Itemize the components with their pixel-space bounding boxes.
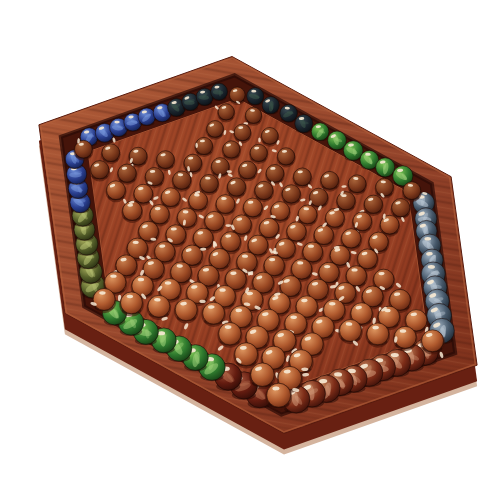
marble-glass	[91, 161, 109, 179]
marble-glass	[275, 239, 295, 259]
field-marble-amber[interactable]	[161, 188, 180, 207]
field-marble-amber[interactable]	[367, 323, 389, 346]
field-marble-amber[interactable]	[232, 215, 251, 235]
field-marble-amber[interactable]	[211, 158, 229, 176]
marble-glass	[218, 104, 234, 120]
field-marble-amber[interactable]	[262, 127, 279, 144]
marble-glass	[203, 302, 225, 324]
field-marble-amber[interactable]	[392, 199, 410, 218]
field-marble-amber[interactable]	[207, 121, 224, 138]
field-marble-amber[interactable]	[364, 195, 382, 214]
marble-glass	[294, 168, 312, 186]
marble-glass	[227, 178, 245, 196]
field-marble-amber[interactable]	[321, 171, 339, 189]
trough-marble-navy[interactable]	[295, 115, 313, 134]
marble-highlight	[329, 302, 335, 305]
marble-glass	[123, 201, 142, 220]
field-marble-amber[interactable]	[75, 140, 93, 158]
marble-glass	[310, 188, 328, 206]
field-marble-amber[interactable]	[177, 208, 196, 228]
field-marble-amber[interactable]	[129, 147, 147, 165]
marble-glass	[267, 383, 291, 407]
field-marble-amber[interactable]	[353, 212, 372, 231]
marble-glass	[107, 181, 126, 200]
field-marble-amber[interactable]	[278, 148, 295, 166]
field-marble-amber[interactable]	[403, 182, 421, 200]
marble-glass	[234, 124, 251, 141]
marble-glass	[259, 218, 278, 237]
product-photo	[0, 0, 500, 500]
field-marble-amber[interactable]	[369, 232, 388, 252]
trough-marble-navy[interactable]	[262, 97, 279, 115]
marble-highlight	[352, 268, 358, 271]
marble-glass	[229, 87, 245, 103]
field-marble-amber[interactable]	[298, 205, 317, 224]
marble-glass	[129, 147, 147, 165]
marble-highlight	[114, 121, 119, 124]
field-marble-amber[interactable]	[107, 181, 126, 200]
field-marble-amber[interactable]	[189, 191, 208, 210]
marble-glass	[102, 144, 120, 162]
field-marble-amber[interactable]	[239, 161, 257, 179]
marble-glass	[287, 222, 306, 241]
marble-glass	[150, 205, 169, 224]
marble-glass	[367, 323, 389, 345]
marble-glass	[266, 165, 284, 183]
field-marble-amber[interactable]	[102, 144, 120, 162]
trough-marble-navy[interactable]	[247, 88, 264, 106]
field-marble-amber[interactable]	[118, 164, 136, 183]
field-marble-amber[interactable]	[150, 205, 169, 225]
marble-glass	[251, 363, 274, 386]
field-marble-amber[interactable]	[145, 167, 163, 186]
marble-glass	[175, 299, 197, 321]
field-marble-amber[interactable]	[340, 319, 362, 342]
marble-glass	[223, 141, 240, 158]
marble-highlight	[391, 353, 399, 357]
field-marble-amber[interactable]	[267, 383, 291, 408]
marble-glass	[326, 208, 345, 227]
chinese-checkers-board	[0, 0, 500, 500]
trough-marble-navy[interactable]	[211, 83, 228, 100]
field-marble-amber[interactable]	[93, 288, 115, 311]
field-marble-amber[interactable]	[422, 330, 444, 353]
hole-rim-glint	[301, 368, 308, 372]
marble-glass	[358, 249, 378, 269]
field-marble-amber[interactable]	[259, 218, 278, 238]
marble-glass	[337, 192, 355, 210]
field-marble-amber[interactable]	[266, 165, 284, 183]
field-marble-amber[interactable]	[216, 195, 235, 214]
marble-glass	[211, 158, 229, 176]
trough-marble-blue[interactable]	[138, 108, 155, 126]
hole-rim-glint	[225, 224, 231, 227]
marble-glass	[392, 199, 410, 217]
field-marble-amber[interactable]	[219, 322, 241, 345]
field-marble-amber[interactable]	[376, 178, 394, 196]
marble-glass	[184, 154, 202, 172]
field-marble-amber[interactable]	[157, 151, 175, 169]
field-marble-amber[interactable]	[243, 198, 262, 217]
marble-glass	[342, 229, 361, 248]
marble-glass	[321, 171, 339, 189]
field-marble-amber[interactable]	[203, 302, 225, 325]
field-marble-amber[interactable]	[235, 343, 258, 367]
field-marble-amber[interactable]	[121, 292, 143, 315]
marble-glass	[314, 225, 333, 244]
field-marble-amber[interactable]	[342, 229, 361, 249]
marble-glass	[166, 225, 186, 245]
field-marble-amber[interactable]	[245, 107, 261, 124]
field-marble-amber[interactable]	[255, 181, 273, 200]
field-marble-amber[interactable]	[175, 299, 197, 322]
field-marble-amber[interactable]	[282, 185, 300, 204]
marble-glass	[139, 221, 159, 241]
marble-highlight	[308, 245, 314, 248]
field-marble-amber[interactable]	[173, 171, 191, 190]
marble-glass	[282, 185, 300, 203]
field-marble-amber[interactable]	[229, 87, 245, 103]
marble-glass	[221, 232, 241, 252]
trough-marble-green[interactable]	[376, 158, 395, 178]
field-marble-amber[interactable]	[184, 154, 202, 172]
marble-glass	[193, 228, 213, 248]
field-marble-amber[interactable]	[394, 326, 416, 349]
marble-glass	[262, 127, 279, 144]
marble-glass	[364, 195, 382, 213]
field-marble-amber[interactable]	[200, 174, 218, 193]
field-marble-amber[interactable]	[148, 295, 170, 318]
marble-glass	[243, 198, 262, 217]
marble-glass	[353, 212, 372, 231]
field-marble-amber[interactable]	[218, 104, 234, 121]
trough-marble-green[interactable]	[311, 123, 329, 141]
marble-glass	[250, 144, 267, 161]
field-marble-amber[interactable]	[123, 201, 142, 221]
marble-glass	[134, 184, 153, 203]
marble-highlight	[165, 281, 171, 284]
marble-glass	[205, 211, 224, 230]
marble-glass	[75, 140, 93, 158]
field-marble-amber[interactable]	[195, 137, 212, 155]
field-marble-amber[interactable]	[91, 161, 109, 180]
marble-glass	[239, 161, 257, 179]
field-marble-amber[interactable]	[326, 208, 345, 227]
field-marble-amber[interactable]	[337, 192, 355, 211]
field-marble-amber[interactable]	[223, 141, 240, 159]
marble-glass	[118, 164, 136, 182]
marble-glass	[369, 232, 388, 251]
marble-glass	[255, 181, 273, 199]
marble-glass	[422, 330, 444, 352]
field-marble-amber[interactable]	[287, 222, 306, 242]
field-marble-amber[interactable]	[294, 168, 312, 186]
marble-highlight	[324, 265, 330, 268]
marble-glass	[161, 188, 180, 207]
field-marble-amber[interactable]	[227, 178, 245, 197]
field-marble-amber[interactable]	[310, 188, 328, 207]
marble-glass	[232, 215, 251, 234]
field-marble-amber[interactable]	[348, 175, 366, 193]
field-marble-amber[interactable]	[314, 225, 333, 245]
field-marble-amber[interactable]	[251, 363, 274, 387]
field-marble-amber[interactable]	[234, 124, 251, 141]
field-marble-amber[interactable]	[205, 211, 224, 231]
marble-glass	[207, 121, 224, 138]
marble-glass	[248, 235, 268, 255]
marble-glass	[157, 151, 175, 169]
field-marble-amber[interactable]	[250, 144, 267, 162]
trough-marble-navy[interactable]	[280, 104, 298, 122]
marble-glass	[394, 326, 416, 348]
